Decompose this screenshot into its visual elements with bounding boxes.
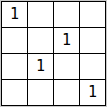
cell-r0c1[interactable]	[27, 1, 53, 27]
cell-r1c3[interactable]	[79, 27, 105, 53]
cell-r3c2[interactable]	[53, 79, 79, 105]
cell-r2c0[interactable]	[1, 53, 27, 79]
cell-r1c0[interactable]	[1, 27, 27, 53]
cell-r2c1[interactable]: 1	[27, 53, 53, 79]
cell-r3c3[interactable]: 1	[79, 79, 105, 105]
board: 1 1 1 1	[1, 1, 106, 106]
puzzle-canvas: 1 1 1 1	[0, 0, 107, 107]
cell-r3c1[interactable]	[27, 79, 53, 105]
cell-r1c1[interactable]	[27, 27, 53, 53]
cell-r2c3[interactable]	[79, 53, 105, 79]
cell-r0c3[interactable]	[79, 1, 105, 27]
cell-r3c0[interactable]	[1, 79, 27, 105]
cell-r1c2[interactable]: 1	[53, 27, 79, 53]
cell-r0c0[interactable]: 1	[1, 1, 27, 27]
cell-r0c2[interactable]	[53, 1, 79, 27]
cell-r2c2[interactable]	[53, 53, 79, 79]
